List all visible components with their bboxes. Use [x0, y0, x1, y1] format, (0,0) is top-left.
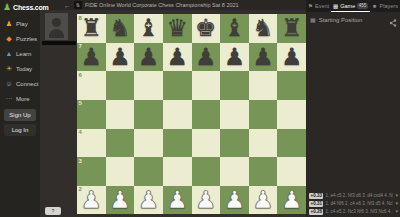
square-a5[interactable]: 5: [77, 100, 106, 129]
piece-white-pawn[interactable]: ♟: [192, 186, 221, 214]
event-logo-icon: ♞: [74, 1, 82, 9]
eval-badge: +0.33: [309, 193, 323, 199]
square-e3[interactable]: [192, 157, 221, 186]
square-f3[interactable]: [220, 157, 249, 186]
piece-black-knight[interactable]: ♞: [249, 14, 278, 43]
square-b2[interactable]: ♟: [106, 186, 135, 214]
square-f8[interactable]: ♝: [220, 14, 249, 43]
expand-caret-icon[interactable]: ▾: [395, 209, 398, 214]
viewer-count-badge: 455: [357, 3, 368, 9]
square-c8[interactable]: ♝: [134, 14, 163, 43]
tab-label: Players: [380, 3, 398, 9]
sidebar: ♟ Chess.com ♟Play◆Puzzles▲Learn☀Today☺Co…: [0, 0, 40, 217]
learn-icon: ▲: [5, 50, 13, 57]
line-moves: 1. c4 e5 2. Nc3 Nf6 3. Nf3 Nc6 4. g3 d5 …: [325, 209, 393, 214]
tab-label: Game: [340, 3, 355, 9]
engine-lines: +0.331. e4 c5 2. Nf3 d6 3. d4 cxd4 4. Nx…: [309, 193, 398, 216]
player-avatar[interactable]: [45, 13, 68, 40]
help-button[interactable]: ?: [45, 207, 61, 215]
chesscom-logo[interactable]: ♟ Chess.com: [0, 0, 40, 16]
rank-label-6: 6: [79, 72, 82, 78]
square-g4[interactable]: [249, 129, 278, 158]
square-f6[interactable]: [220, 71, 249, 100]
piece-black-pawn[interactable]: ♟: [77, 43, 106, 72]
piece-black-knight[interactable]: ♞: [106, 14, 135, 43]
piece-black-pawn[interactable]: ♟: [249, 43, 278, 72]
piece-black-queen[interactable]: ♛: [163, 14, 192, 43]
sidebar-item-label: Puzzles: [16, 36, 37, 42]
piece-black-pawn[interactable]: ♟: [134, 43, 163, 72]
sidebar-item-today[interactable]: ☀Today: [0, 61, 40, 76]
square-b6[interactable]: [106, 71, 135, 100]
square-h8[interactable]: ♜: [277, 14, 306, 43]
chess-board: 8♜♞♝♛♚♝♞♜7♟♟♟♟♟♟♟♟65432♟♟♟♟♟♟♟♟1♜♞♝♛♚♝♞♜: [77, 14, 306, 214]
square-e6[interactable]: [192, 71, 221, 100]
square-b4[interactable]: [106, 129, 135, 158]
square-g6[interactable]: [249, 71, 278, 100]
sidebar-item-label: Play: [16, 21, 28, 27]
square-d3[interactable]: [163, 157, 192, 186]
panel-tabs: ⚑Event▦Game455☻Players: [306, 0, 400, 12]
piece-black-pawn[interactable]: ♟: [163, 43, 192, 72]
piece-white-pawn[interactable]: ♟: [134, 186, 163, 214]
square-d5[interactable]: [163, 100, 192, 129]
piece-black-pawn[interactable]: ♟: [192, 43, 221, 72]
square-b3[interactable]: [106, 157, 135, 186]
sidebar-nav: ♟Play◆Puzzles▲Learn☀Today☺Connect⋯More: [0, 16, 40, 106]
square-d6[interactable]: [163, 71, 192, 100]
sidebar-item-learn[interactable]: ▲Learn: [0, 46, 40, 61]
square-f4[interactable]: [220, 129, 249, 158]
expand-caret-icon[interactable]: ▾: [395, 193, 398, 198]
piece-white-pawn[interactable]: ♟: [220, 186, 249, 214]
engine-line[interactable]: +0.311. d4 Nf6 2. c4 e6 3. Nf3 d5 4. Nc3…: [309, 201, 398, 208]
square-e4[interactable]: [192, 129, 221, 158]
square-c2[interactable]: ♟: [134, 186, 163, 214]
square-g2[interactable]: ♟: [249, 186, 278, 214]
square-c7[interactable]: ♟: [134, 43, 163, 72]
tab-event[interactable]: ⚑Event: [306, 0, 331, 12]
log-in-button[interactable]: Log In: [4, 124, 36, 136]
square-c6[interactable]: [134, 71, 163, 100]
square-b8[interactable]: ♞: [106, 14, 135, 43]
brand-name: Chess.com: [13, 4, 49, 11]
square-a4[interactable]: 4: [77, 129, 106, 158]
eval-badge: +0.26: [309, 209, 323, 215]
piece-white-pawn[interactable]: ♟: [163, 186, 192, 214]
sidebar-item-puzzles[interactable]: ◆Puzzles: [0, 31, 40, 46]
square-d4[interactable]: [163, 129, 192, 158]
square-g3[interactable]: [249, 157, 278, 186]
play-icon: ♟: [5, 20, 13, 27]
avatar-body-shape: [49, 29, 64, 38]
square-h4[interactable]: [277, 129, 306, 158]
square-g8[interactable]: ♞: [249, 14, 278, 43]
square-h6[interactable]: [277, 71, 306, 100]
player-nameplate: [42, 41, 76, 45]
tab-game[interactable]: ▦Game455: [331, 0, 370, 12]
sidebar-item-label: More: [16, 96, 30, 102]
square-e8[interactable]: ♚: [192, 14, 221, 43]
sidebar-item-more[interactable]: ⋯More: [0, 91, 40, 106]
square-d2[interactable]: ♟: [163, 186, 192, 214]
square-b7[interactable]: ♟: [106, 43, 135, 72]
right-panel: ⚑Event▦Game455☻Players ▦ Starting Positi…: [306, 0, 400, 217]
square-d7[interactable]: ♟: [163, 43, 192, 72]
sidebar-item-label: Learn: [16, 51, 31, 57]
sign-up-button[interactable]: Sign Up: [4, 109, 36, 121]
more-icon: ⋯: [5, 95, 13, 102]
square-a3[interactable]: 3: [77, 157, 106, 186]
square-c4[interactable]: [134, 129, 163, 158]
square-h5[interactable]: [277, 100, 306, 129]
square-c3[interactable]: [134, 157, 163, 186]
sidebar-item-label: Today: [16, 66, 32, 72]
engine-line[interactable]: +0.331. e4 c5 2. Nf3 d6 3. d4 cxd4 4. Nx…: [309, 193, 398, 200]
tab-players[interactable]: ☻Players: [370, 0, 400, 12]
square-a2[interactable]: 2♟: [77, 186, 106, 214]
expand-caret-icon[interactable]: ▾: [395, 201, 398, 206]
piece-black-rook[interactable]: ♜: [277, 14, 306, 43]
piece-white-pawn[interactable]: ♟: [249, 186, 278, 214]
piece-black-king[interactable]: ♚: [192, 14, 221, 43]
line-moves: 1. d4 Nf6 2. c4 e6 3. Nf3 d5 4. Nc3 Be7 …: [325, 201, 393, 206]
board-icon: ▦: [333, 3, 338, 9]
eval-badge: +0.31: [309, 201, 323, 207]
tab-label: Event: [315, 3, 329, 9]
square-f7[interactable]: ♟: [220, 43, 249, 72]
piece-white-pawn[interactable]: ♟: [277, 186, 306, 214]
rank-label-5: 5: [79, 100, 82, 106]
starting-position-label: Starting Position: [319, 17, 363, 23]
square-a7[interactable]: 7♟: [77, 43, 106, 72]
square-h2[interactable]: ♟: [277, 186, 306, 214]
piece-white-pawn[interactable]: ♟: [106, 186, 135, 214]
square-e2[interactable]: ♟: [192, 186, 221, 214]
piece-white-pawn[interactable]: ♟: [77, 186, 106, 214]
avatar-head-shape: [52, 18, 61, 27]
square-h7[interactable]: ♟: [277, 43, 306, 72]
puzzles-icon: ◆: [5, 35, 13, 42]
piece-black-bishop[interactable]: ♝: [220, 14, 249, 43]
square-a8[interactable]: 8♜: [77, 14, 106, 43]
square-f2[interactable]: ♟: [220, 186, 249, 214]
square-e5[interactable]: [192, 100, 221, 129]
back-arrow-icon[interactable]: ←: [64, 2, 71, 9]
starting-position-row: ▦ Starting Position: [310, 17, 362, 23]
sidebar-item-label: Connect: [16, 81, 38, 87]
board-mini-icon: ▦: [310, 17, 316, 23]
square-g5[interactable]: [249, 100, 278, 129]
today-icon: ☀: [5, 65, 13, 72]
piece-black-rook[interactable]: ♜: [77, 14, 106, 43]
rank-label-3: 3: [79, 158, 82, 164]
sidebar-item-connect[interactable]: ☺Connect: [0, 76, 40, 91]
engine-line[interactable]: +0.261. c4 e5 2. Nc3 Nf6 3. Nf3 Nc6 4. g…: [309, 209, 398, 216]
trophy-icon: ⚑: [308, 3, 313, 9]
square-d8[interactable]: ♛: [163, 14, 192, 43]
square-a6[interactable]: 6: [77, 71, 106, 100]
pawn-logo-icon: ♟: [3, 3, 11, 12]
line-moves: 1. e4 c5 2. Nf3 d6 3. d4 cxd4 4. Nxd4 Nf…: [325, 193, 393, 198]
square-h3[interactable]: [277, 157, 306, 186]
event-topbar: ← ♞ FIDE Online World Corporate Chess Ch…: [40, 0, 306, 10]
square-c5[interactable]: [134, 100, 163, 129]
person-icon: ☻: [372, 3, 378, 9]
piece-black-bishop[interactable]: ♝: [134, 14, 163, 43]
event-title: FIDE Online World Corporate Chess Champi…: [85, 2, 239, 8]
square-f5[interactable]: [220, 100, 249, 129]
sidebar-item-play[interactable]: ♟Play: [0, 16, 40, 31]
square-e7[interactable]: ♟: [192, 43, 221, 72]
connect-icon: ☺: [5, 80, 13, 87]
rank-label-4: 4: [79, 129, 82, 135]
square-g7[interactable]: ♟: [249, 43, 278, 72]
square-b5[interactable]: [106, 100, 135, 129]
piece-black-pawn[interactable]: ♟: [277, 43, 306, 72]
piece-black-pawn[interactable]: ♟: [106, 43, 135, 72]
share-icon[interactable]: [389, 13, 397, 31]
piece-black-pawn[interactable]: ♟: [220, 43, 249, 72]
